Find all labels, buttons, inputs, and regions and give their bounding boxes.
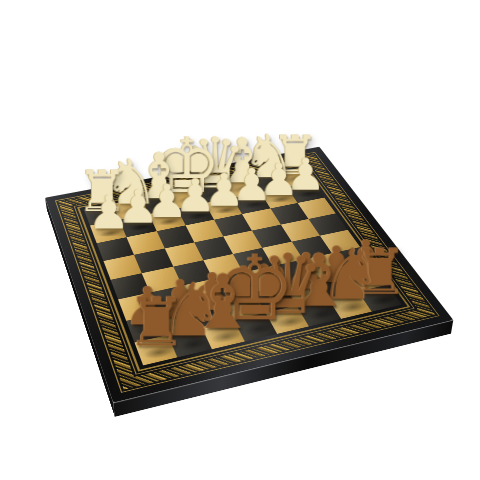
rook-glyph: ♜ [126,288,187,356]
chess-board: ♜♞♝♛♚♝♞♜♟♟♟♟♟♟♟♟♟♟♟♟♟♟♟♟♜♞♝♛♚♝♞♜ [45,147,453,403]
product-photo-scene: ♜♞♝♛♚♝♞♜♟♟♟♟♟♟♟♟♟♟♟♟♟♟♟♟♜♞♝♛♚♝♞♜ [0,0,480,480]
